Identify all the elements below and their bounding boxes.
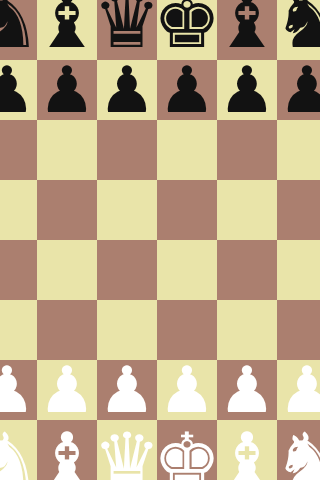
square-f6[interactable] [217, 120, 277, 180]
piece-black-pawn: ♟ [38, 58, 95, 122]
piece-black-knight: ♞ [273, 0, 320, 59]
piece-white-pawn: ♟ [278, 358, 320, 422]
square-e6[interactable] [157, 120, 217, 180]
square-b8[interactable]: ♞ [0, 0, 37, 60]
square-e3[interactable] [157, 300, 217, 360]
piece-white-king: ♚ [153, 423, 221, 480]
square-b7[interactable]: ♟ [0, 60, 37, 120]
square-g6[interactable] [277, 120, 320, 180]
piece-black-pawn: ♟ [218, 58, 275, 122]
square-e5[interactable] [157, 180, 217, 240]
square-f3[interactable] [217, 300, 277, 360]
square-b6[interactable] [0, 120, 37, 180]
square-d5[interactable] [97, 180, 157, 240]
square-c2[interactable]: ♟ [37, 360, 97, 420]
square-f7[interactable]: ♟ [217, 60, 277, 120]
piece-white-queen: ♛ [93, 423, 161, 480]
piece-white-knight: ♞ [0, 423, 41, 480]
piece-white-pawn: ♟ [0, 358, 36, 422]
square-g8[interactable]: ♞ [277, 0, 320, 60]
square-d2[interactable]: ♟ [97, 360, 157, 420]
piece-black-queen: ♛ [93, 0, 161, 59]
square-b4[interactable] [0, 240, 37, 300]
square-d1[interactable]: ♛ [97, 420, 157, 480]
square-b2[interactable]: ♟ [0, 360, 37, 420]
piece-black-pawn: ♟ [158, 58, 215, 122]
square-c1[interactable]: ♝ [37, 420, 97, 480]
square-c3[interactable] [37, 300, 97, 360]
square-d4[interactable] [97, 240, 157, 300]
square-e1[interactable]: ♚ [157, 420, 217, 480]
piece-white-knight: ♞ [273, 423, 320, 480]
piece-white-bishop: ♝ [213, 423, 281, 480]
square-f2[interactable]: ♟ [217, 360, 277, 420]
piece-black-pawn: ♟ [278, 58, 320, 122]
square-b1[interactable]: ♞ [0, 420, 37, 480]
chess-board[interactable]: ♜♞♝♛♚♝♞♜♟♟♟♟♟♟♟♟♟♟♟♟♟♟♟♟♜♞♝♛♚♝♞♜ [0, 0, 320, 480]
square-g4[interactable] [277, 240, 320, 300]
square-e2[interactable]: ♟ [157, 360, 217, 420]
square-c7[interactable]: ♟ [37, 60, 97, 120]
square-f1[interactable]: ♝ [217, 420, 277, 480]
piece-white-pawn: ♟ [158, 358, 215, 422]
piece-black-knight: ♞ [0, 0, 41, 59]
piece-black-bishop: ♝ [33, 0, 101, 59]
square-g2[interactable]: ♟ [277, 360, 320, 420]
square-e7[interactable]: ♟ [157, 60, 217, 120]
square-d3[interactable] [97, 300, 157, 360]
piece-black-bishop: ♝ [213, 0, 281, 59]
square-e8[interactable]: ♚ [157, 0, 217, 60]
square-e4[interactable] [157, 240, 217, 300]
square-c4[interactable] [37, 240, 97, 300]
square-f5[interactable] [217, 180, 277, 240]
piece-white-pawn: ♟ [98, 358, 155, 422]
piece-black-king: ♚ [153, 0, 221, 59]
square-f4[interactable] [217, 240, 277, 300]
piece-white-pawn: ♟ [218, 358, 275, 422]
square-g5[interactable] [277, 180, 320, 240]
piece-white-bishop: ♝ [33, 423, 101, 480]
square-g3[interactable] [277, 300, 320, 360]
square-d8[interactable]: ♛ [97, 0, 157, 60]
square-g7[interactable]: ♟ [277, 60, 320, 120]
square-d7[interactable]: ♟ [97, 60, 157, 120]
square-b3[interactable] [0, 300, 37, 360]
piece-black-pawn: ♟ [0, 58, 36, 122]
piece-white-pawn: ♟ [38, 358, 95, 422]
square-d6[interactable] [97, 120, 157, 180]
square-c5[interactable] [37, 180, 97, 240]
square-b5[interactable] [0, 180, 37, 240]
square-c6[interactable] [37, 120, 97, 180]
square-c8[interactable]: ♝ [37, 0, 97, 60]
square-f8[interactable]: ♝ [217, 0, 277, 60]
piece-black-pawn: ♟ [98, 58, 155, 122]
square-g1[interactable]: ♞ [277, 420, 320, 480]
chess-app-screen: ♜♞♝♛♚♝♞♜♟♟♟♟♟♟♟♟♟♟♟♟♟♟♟♟♜♞♝♛♚♝♞♜ [0, 0, 320, 480]
